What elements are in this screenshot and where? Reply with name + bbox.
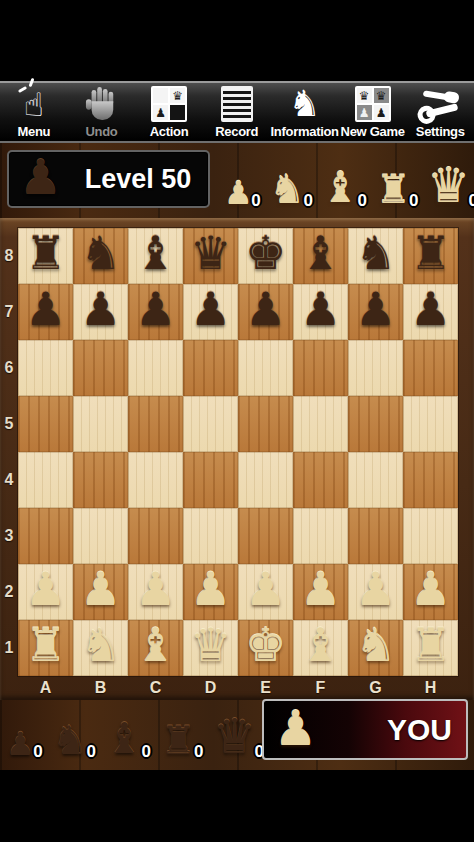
player-badge: ♟ YOU bbox=[262, 699, 468, 760]
square-g6[interactable] bbox=[348, 340, 403, 396]
square-e4[interactable] bbox=[238, 452, 293, 508]
white-bishop-icon: ♝ bbox=[321, 167, 359, 209]
white-pawn: ♟ bbox=[238, 561, 293, 617]
square-h8[interactable]: ♜ bbox=[403, 228, 458, 284]
black-queen: ♛ bbox=[183, 225, 238, 281]
square-a2[interactable]: ♟ bbox=[18, 564, 73, 620]
new-game-label: New Game bbox=[341, 124, 405, 139]
mini-board-newgame-icon: ♛ ♛ ♟ ♟ bbox=[355, 84, 391, 124]
black-pawn-icon: ♟ bbox=[19, 153, 62, 201]
captured-count: 0 bbox=[358, 191, 367, 211]
action-label: Action bbox=[150, 124, 189, 139]
mini-board-action-icon: ♛ ♟ bbox=[151, 84, 187, 124]
square-f3[interactable] bbox=[293, 508, 348, 564]
black-knight: ♞ bbox=[348, 225, 403, 281]
rank-label-5: 5 bbox=[0, 396, 18, 452]
square-h7[interactable]: ♟ bbox=[403, 284, 458, 340]
knight-head-icon: ♞ bbox=[289, 84, 321, 124]
record-button[interactable]: Record bbox=[203, 83, 271, 141]
white-pawn: ♟ bbox=[183, 561, 238, 617]
white-knight-icon: ♞ bbox=[269, 169, 305, 209]
white-bishop: ♝ bbox=[128, 617, 183, 673]
square-a1[interactable]: ♜ bbox=[18, 620, 73, 676]
square-f5[interactable] bbox=[293, 396, 348, 452]
captured-count: 0 bbox=[142, 742, 151, 762]
menu-button[interactable]: ☝ Menu bbox=[0, 83, 68, 141]
captured-black-knight: ♞0 bbox=[52, 720, 88, 760]
rank-label-6: 6 bbox=[0, 340, 18, 396]
action-button[interactable]: ♛ ♟ Action bbox=[135, 83, 203, 141]
black-bishop: ♝ bbox=[293, 225, 348, 281]
black-pawn: ♟ bbox=[403, 281, 458, 337]
square-f4[interactable] bbox=[293, 452, 348, 508]
square-g4[interactable] bbox=[348, 452, 403, 508]
white-king: ♚ bbox=[238, 617, 293, 673]
undo-button[interactable]: Undo bbox=[68, 83, 136, 141]
captured-white-pawn: ♟0 bbox=[224, 177, 253, 209]
opponent-captured-tray: ♟0♞0♝0♜0♛0 bbox=[224, 151, 474, 209]
square-b1[interactable]: ♞ bbox=[73, 620, 128, 676]
new-game-button[interactable]: ♛ ♛ ♟ ♟ New Game bbox=[339, 83, 407, 141]
white-knight: ♞ bbox=[348, 617, 403, 673]
square-d2[interactable]: ♟ bbox=[183, 564, 238, 620]
captured-count: 0 bbox=[87, 742, 96, 762]
captured-black-rook: ♜0 bbox=[161, 721, 196, 760]
score-sheet-icon bbox=[221, 84, 253, 124]
square-a5[interactable] bbox=[18, 396, 73, 452]
square-a3[interactable] bbox=[18, 508, 73, 564]
square-g5[interactable] bbox=[348, 396, 403, 452]
opponent-badge: ♟ Level 50 bbox=[7, 150, 210, 208]
square-h3[interactable] bbox=[403, 508, 458, 564]
white-queen: ♛ bbox=[183, 617, 238, 673]
square-e5[interactable] bbox=[238, 396, 293, 452]
white-pawn: ♟ bbox=[293, 561, 348, 617]
square-c6[interactable] bbox=[128, 340, 183, 396]
square-b7[interactable]: ♟ bbox=[73, 284, 128, 340]
black-knight: ♞ bbox=[73, 225, 128, 281]
status-bar bbox=[0, 0, 474, 81]
rank-label-3: 3 bbox=[0, 508, 18, 564]
file-label-f: F bbox=[293, 676, 348, 700]
information-label: Information bbox=[271, 124, 339, 139]
square-d7[interactable]: ♟ bbox=[183, 284, 238, 340]
player-turn-label: YOU bbox=[323, 713, 466, 747]
black-pawn-icon: ♟ bbox=[6, 728, 35, 760]
square-f6[interactable] bbox=[293, 340, 348, 396]
black-rook: ♜ bbox=[403, 225, 458, 281]
square-d3[interactable] bbox=[183, 508, 238, 564]
file-label-g: G bbox=[348, 676, 403, 700]
square-g3[interactable] bbox=[348, 508, 403, 564]
captured-white-knight: ♞0 bbox=[269, 169, 305, 209]
square-a7[interactable]: ♟ bbox=[18, 284, 73, 340]
square-e7[interactable]: ♟ bbox=[238, 284, 293, 340]
square-f8[interactable]: ♝ bbox=[293, 228, 348, 284]
wrench-screwdriver-icon bbox=[420, 84, 460, 124]
square-g7[interactable]: ♟ bbox=[348, 284, 403, 340]
square-b2[interactable]: ♟ bbox=[73, 564, 128, 620]
square-a8[interactable]: ♜ bbox=[18, 228, 73, 284]
rank-label-2: 2 bbox=[0, 564, 18, 620]
square-d1[interactable]: ♛ bbox=[183, 620, 238, 676]
black-pawn: ♟ bbox=[73, 281, 128, 337]
bottom-bar bbox=[0, 770, 474, 842]
square-h6[interactable] bbox=[403, 340, 458, 396]
captured-count: 0 bbox=[194, 742, 203, 762]
square-g2[interactable]: ♟ bbox=[348, 564, 403, 620]
white-rook: ♜ bbox=[18, 617, 73, 673]
opponent-level-label: Level 50 bbox=[68, 164, 208, 195]
rank-label-7: 7 bbox=[0, 284, 18, 340]
rank-labels: 87654321 bbox=[0, 228, 18, 676]
white-rook-icon: ♜ bbox=[376, 170, 411, 209]
rank-label-1: 1 bbox=[0, 620, 18, 676]
square-g8[interactable]: ♞ bbox=[348, 228, 403, 284]
captured-black-pawn: ♟0 bbox=[6, 728, 35, 760]
square-c4[interactable] bbox=[128, 452, 183, 508]
rank-label-8: 8 bbox=[0, 228, 18, 284]
settings-label: Settings bbox=[416, 124, 465, 139]
square-b4[interactable] bbox=[73, 452, 128, 508]
black-rook-icon: ♜ bbox=[161, 721, 196, 760]
black-pawn: ♟ bbox=[293, 281, 348, 337]
square-e2[interactable]: ♟ bbox=[238, 564, 293, 620]
square-e3[interactable] bbox=[238, 508, 293, 564]
square-e6[interactable] bbox=[238, 340, 293, 396]
square-b5[interactable] bbox=[73, 396, 128, 452]
toolbar: ☝ Menu bbox=[0, 81, 474, 143]
white-pawn: ♟ bbox=[128, 561, 183, 617]
black-pawn: ♟ bbox=[128, 281, 183, 337]
black-king: ♚ bbox=[238, 225, 293, 281]
square-b8[interactable]: ♞ bbox=[73, 228, 128, 284]
white-pawn-icon: ♟ bbox=[274, 704, 317, 752]
square-d5[interactable] bbox=[183, 396, 238, 452]
white-rook: ♜ bbox=[403, 617, 458, 673]
square-h1[interactable]: ♜ bbox=[403, 620, 458, 676]
black-bishop: ♝ bbox=[128, 225, 183, 281]
black-pawn: ♟ bbox=[238, 281, 293, 337]
square-f2[interactable]: ♟ bbox=[293, 564, 348, 620]
chess-board: 87654321 ♜♞♝♛♚♝♞♜♟♟♟♟♟♟♟♟♟♟♟♟♟♟♟♟♜♞♝♛♚♝♞… bbox=[0, 218, 474, 700]
square-a4[interactable] bbox=[18, 452, 73, 508]
white-pawn: ♟ bbox=[18, 561, 73, 617]
square-c1[interactable]: ♝ bbox=[128, 620, 183, 676]
captured-count: 0 bbox=[304, 191, 313, 211]
square-c2[interactable]: ♟ bbox=[128, 564, 183, 620]
captured-white-bishop: ♝0 bbox=[321, 167, 359, 209]
captured-black-queen: ♛0 bbox=[213, 712, 256, 760]
board-grid: ♜♞♝♛♚♝♞♜♟♟♟♟♟♟♟♟♟♟♟♟♟♟♟♟♜♞♝♛♚♝♞♜ bbox=[18, 228, 458, 676]
white-pawn: ♟ bbox=[73, 561, 128, 617]
square-e8[interactable]: ♚ bbox=[238, 228, 293, 284]
white-queen-icon: ♛ bbox=[427, 161, 470, 209]
square-c8[interactable]: ♝ bbox=[128, 228, 183, 284]
square-b6[interactable] bbox=[73, 340, 128, 396]
square-d8[interactable]: ♛ bbox=[183, 228, 238, 284]
square-c5[interactable] bbox=[128, 396, 183, 452]
hand-stop-icon bbox=[85, 84, 117, 124]
black-rook: ♜ bbox=[18, 225, 73, 281]
file-label-h: H bbox=[403, 676, 458, 700]
white-knight: ♞ bbox=[73, 617, 128, 673]
square-h5[interactable] bbox=[403, 396, 458, 452]
square-d4[interactable] bbox=[183, 452, 238, 508]
white-bishop: ♝ bbox=[293, 617, 348, 673]
square-c3[interactable] bbox=[128, 508, 183, 564]
information-button[interactable]: ♞ Information bbox=[271, 83, 339, 141]
captured-black-bishop: ♝0 bbox=[105, 718, 143, 760]
rank-label-4: 4 bbox=[0, 452, 18, 508]
black-queen-icon: ♛ bbox=[213, 712, 256, 760]
captured-count: 0 bbox=[251, 191, 260, 211]
menu-label: Menu bbox=[17, 124, 50, 139]
white-pawn-icon: ♟ bbox=[224, 177, 253, 209]
square-g1[interactable]: ♞ bbox=[348, 620, 403, 676]
captured-count: 0 bbox=[468, 191, 474, 211]
square-b3[interactable] bbox=[73, 508, 128, 564]
square-c7[interactable]: ♟ bbox=[128, 284, 183, 340]
square-e1[interactable]: ♚ bbox=[238, 620, 293, 676]
square-h4[interactable] bbox=[403, 452, 458, 508]
white-pawn: ♟ bbox=[348, 561, 403, 617]
square-f1[interactable]: ♝ bbox=[293, 620, 348, 676]
square-f7[interactable]: ♟ bbox=[293, 284, 348, 340]
black-pawn: ♟ bbox=[18, 281, 73, 337]
hand-click-icon: ☝ bbox=[24, 84, 44, 124]
square-a6[interactable] bbox=[18, 340, 73, 396]
record-label: Record bbox=[215, 124, 258, 139]
black-bishop-icon: ♝ bbox=[105, 718, 143, 760]
black-knight-icon: ♞ bbox=[52, 720, 88, 760]
captured-white-queen: ♛0 bbox=[427, 161, 470, 209]
square-h2[interactable]: ♟ bbox=[403, 564, 458, 620]
black-pawn: ♟ bbox=[183, 281, 238, 337]
chess-app-screen: ☝ Menu bbox=[0, 0, 474, 842]
square-d6[interactable] bbox=[183, 340, 238, 396]
player-captured-tray: ♟0♞0♝0♜0♛0 bbox=[6, 696, 260, 760]
captured-count: 0 bbox=[33, 742, 42, 762]
undo-label: Undo bbox=[85, 124, 117, 139]
captured-white-rook: ♜0 bbox=[376, 170, 411, 209]
captured-count: 0 bbox=[409, 191, 418, 211]
game-area: ♟ Level 50 ♟0♞0♝0♜0♛0 87654321 ♜♞♝♛♚♝♞♜♟… bbox=[0, 143, 474, 770]
white-pawn: ♟ bbox=[403, 561, 458, 617]
settings-button[interactable]: Settings bbox=[406, 83, 474, 141]
black-pawn: ♟ bbox=[348, 281, 403, 337]
